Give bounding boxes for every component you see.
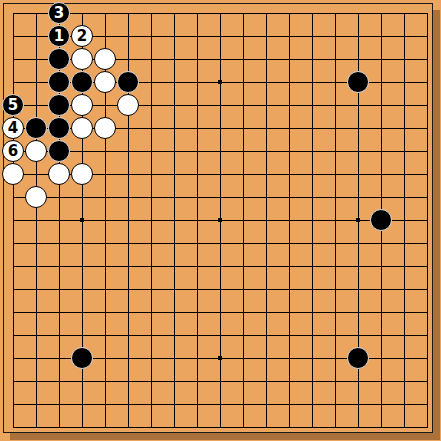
black-stone[interactable] — [370, 209, 392, 231]
black-stone[interactable] — [48, 140, 70, 162]
white-stone[interactable] — [48, 163, 70, 185]
white-stone[interactable]: 4 — [2, 117, 24, 139]
white-stone[interactable] — [71, 163, 93, 185]
white-stone[interactable] — [71, 48, 93, 70]
move-number-label: 3 — [54, 6, 64, 21]
white-stone[interactable] — [71, 117, 93, 139]
black-stone[interactable] — [117, 71, 139, 93]
white-stone[interactable] — [25, 140, 47, 162]
black-stone[interactable] — [48, 48, 70, 70]
white-stone[interactable]: 6 — [2, 140, 24, 162]
white-stone[interactable] — [71, 94, 93, 116]
black-stone[interactable] — [347, 71, 369, 93]
go-board[interactable]: 312546 — [0, 0, 441, 441]
move-number-label: 5 — [8, 98, 18, 113]
black-stone[interactable] — [71, 71, 93, 93]
white-stone[interactable] — [2, 163, 24, 185]
move-number-label: 6 — [8, 144, 18, 159]
white-stone[interactable] — [94, 71, 116, 93]
stones-grid: 312546 — [2, 2, 439, 439]
black-stone[interactable] — [48, 117, 70, 139]
white-stone[interactable] — [94, 117, 116, 139]
black-stone[interactable]: 3 — [48, 2, 70, 24]
black-stone[interactable]: 5 — [2, 94, 24, 116]
white-stone[interactable] — [117, 94, 139, 116]
black-stone[interactable]: 1 — [48, 25, 70, 47]
white-stone[interactable] — [25, 186, 47, 208]
white-stone[interactable]: 2 — [71, 25, 93, 47]
black-stone[interactable] — [25, 117, 47, 139]
move-number-label: 4 — [8, 121, 18, 136]
black-stone[interactable] — [347, 347, 369, 369]
black-stone[interactable] — [71, 347, 93, 369]
white-stone[interactable] — [94, 48, 116, 70]
move-number-label: 1 — [54, 29, 64, 44]
black-stone[interactable] — [48, 71, 70, 93]
move-number-label: 2 — [77, 29, 87, 44]
black-stone[interactable] — [48, 94, 70, 116]
